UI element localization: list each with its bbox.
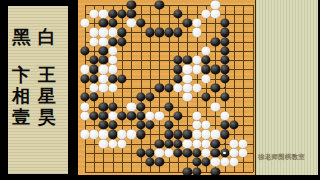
- black-stone[interactable]: [173, 28, 182, 37]
- black-stone[interactable]: [136, 18, 145, 27]
- white-stone[interactable]: [201, 139, 210, 148]
- black-stone[interactable]: [201, 65, 210, 74]
- black-stone[interactable]: [220, 148, 229, 157]
- white-stone[interactable]: [80, 18, 89, 27]
- black-stone[interactable]: [192, 148, 201, 157]
- black-stone[interactable]: [117, 9, 126, 18]
- black-stone[interactable]: [89, 65, 98, 74]
- white-stone[interactable]: [89, 37, 98, 46]
- black-stone[interactable]: [136, 93, 145, 102]
- black-stone[interactable]: [201, 158, 210, 167]
- white-stone[interactable]: [145, 111, 154, 120]
- white-stone[interactable]: [164, 148, 173, 157]
- black-stone[interactable]: [211, 65, 220, 74]
- black-stone[interactable]: [183, 56, 192, 65]
- white-stone[interactable]: [80, 102, 89, 111]
- white-stone[interactable]: [201, 74, 210, 83]
- white-stone[interactable]: [108, 56, 117, 65]
- black-player-column: 黑卞相壹: [11, 6, 31, 127]
- black-stone[interactable]: [99, 46, 108, 55]
- white-stone[interactable]: [192, 28, 201, 37]
- black-stone[interactable]: [183, 148, 192, 157]
- black-stone[interactable]: [220, 121, 229, 130]
- black-stone[interactable]: [108, 102, 117, 111]
- white-stone[interactable]: [89, 9, 98, 18]
- black-stone[interactable]: [173, 130, 182, 139]
- white-stone[interactable]: [229, 148, 238, 157]
- black-stone[interactable]: [89, 111, 98, 120]
- white-stone[interactable]: [89, 130, 98, 139]
- grid-line-vertical: [253, 5, 254, 172]
- black-stone[interactable]: [99, 56, 108, 65]
- white-stone[interactable]: [192, 83, 201, 92]
- black-stone[interactable]: [173, 74, 182, 83]
- black-stone[interactable]: [136, 111, 145, 120]
- player-name-char: 王: [38, 64, 56, 85]
- white-stone[interactable]: [183, 93, 192, 102]
- white-stone[interactable]: [183, 139, 192, 148]
- black-stone[interactable]: [164, 83, 173, 92]
- white-stone[interactable]: [211, 9, 220, 18]
- black-stone[interactable]: [155, 0, 164, 9]
- black-stone[interactable]: [80, 93, 89, 102]
- grid-line-horizontal: [85, 172, 253, 173]
- black-stone[interactable]: [201, 93, 210, 102]
- white-stone[interactable]: [127, 130, 136, 139]
- white-stone[interactable]: [183, 83, 192, 92]
- black-stone[interactable]: [89, 56, 98, 65]
- black-stone[interactable]: [145, 93, 154, 102]
- black-stone[interactable]: [145, 121, 154, 130]
- black-stone[interactable]: [136, 130, 145, 139]
- black-stone[interactable]: [80, 46, 89, 55]
- go-board[interactable]: [78, 0, 256, 175]
- white-stone[interactable]: [192, 139, 201, 148]
- white-player-column: 白王星昊: [37, 6, 57, 127]
- player-name-char: 昊: [38, 106, 56, 127]
- black-stone[interactable]: [127, 9, 136, 18]
- black-stone[interactable]: [136, 148, 145, 157]
- white-stone[interactable]: [201, 130, 210, 139]
- white-stone[interactable]: [127, 18, 136, 27]
- white-stone[interactable]: [108, 65, 117, 74]
- white-stone[interactable]: [220, 111, 229, 120]
- white-stone[interactable]: [80, 65, 89, 74]
- player-name-char: 相: [12, 85, 30, 106]
- black-stone[interactable]: [99, 111, 108, 120]
- black-stone[interactable]: [99, 102, 108, 111]
- black-stone[interactable]: [229, 121, 238, 130]
- black-stone[interactable]: [155, 28, 164, 37]
- white-stone[interactable]: [201, 121, 210, 130]
- white-stone[interactable]: [127, 102, 136, 111]
- black-stone[interactable]: [117, 37, 126, 46]
- black-stone[interactable]: [220, 93, 229, 102]
- white-stone[interactable]: [192, 56, 201, 65]
- white-stone[interactable]: [99, 28, 108, 37]
- white-stone[interactable]: [239, 148, 248, 157]
- white-stone[interactable]: [192, 65, 201, 74]
- white-stone[interactable]: [89, 28, 98, 37]
- player-color-label: 黑: [12, 26, 30, 47]
- black-stone[interactable]: [201, 56, 210, 65]
- white-stone[interactable]: [117, 130, 126, 139]
- black-stone[interactable]: [117, 28, 126, 37]
- white-stone[interactable]: [99, 83, 108, 92]
- black-stone[interactable]: [220, 56, 229, 65]
- black-stone[interactable]: [183, 130, 192, 139]
- player-color-label: 白: [38, 26, 56, 47]
- black-stone[interactable]: [99, 18, 108, 27]
- white-stone[interactable]: [201, 46, 210, 55]
- black-stone[interactable]: [145, 158, 154, 167]
- black-stone[interactable]: [173, 111, 182, 120]
- black-stone[interactable]: [89, 74, 98, 83]
- letterbox-bar: [0, 175, 320, 180]
- black-stone[interactable]: [220, 28, 229, 37]
- black-stone[interactable]: [183, 18, 192, 27]
- white-stone[interactable]: [89, 83, 98, 92]
- black-stone[interactable]: [89, 93, 98, 102]
- black-stone[interactable]: [220, 130, 229, 139]
- white-stone[interactable]: [108, 111, 117, 120]
- white-stone[interactable]: [192, 121, 201, 130]
- video-frame: 黑卞相壹 白王星昊 徐老师围棋教室: [0, 0, 320, 180]
- player-name-char: 星: [38, 85, 56, 106]
- white-stone[interactable]: [99, 9, 108, 18]
- white-stone[interactable]: [183, 65, 192, 74]
- black-stone[interactable]: [108, 121, 117, 130]
- white-stone[interactable]: [211, 130, 220, 139]
- black-stone[interactable]: [127, 111, 136, 120]
- white-stone[interactable]: [99, 139, 108, 148]
- white-stone[interactable]: [99, 130, 108, 139]
- black-stone[interactable]: [220, 74, 229, 83]
- black-stone[interactable]: [155, 83, 164, 92]
- white-stone[interactable]: [80, 130, 89, 139]
- black-stone[interactable]: [145, 148, 154, 157]
- white-stone[interactable]: [117, 139, 126, 148]
- white-stone[interactable]: [155, 148, 164, 157]
- white-stone[interactable]: [108, 83, 117, 92]
- black-stone[interactable]: [173, 65, 182, 74]
- black-stone[interactable]: [108, 9, 117, 18]
- black-stone[interactable]: [220, 37, 229, 46]
- player-name-char: 卞: [12, 64, 30, 85]
- white-stone[interactable]: [99, 37, 108, 46]
- white-stone[interactable]: [183, 74, 192, 83]
- black-stone[interactable]: [145, 28, 154, 37]
- black-stone[interactable]: [173, 148, 182, 157]
- white-stone[interactable]: [99, 74, 108, 83]
- player-name-panel: 黑卞相壹 白王星昊: [8, 6, 68, 174]
- white-stone[interactable]: [80, 111, 89, 120]
- black-stone[interactable]: [108, 130, 117, 139]
- black-stone[interactable]: [220, 65, 229, 74]
- white-stone[interactable]: [173, 83, 182, 92]
- black-stone[interactable]: [220, 46, 229, 55]
- black-stone[interactable]: [155, 158, 164, 167]
- white-stone[interactable]: [229, 158, 238, 167]
- side-panel: 徐老师围棋教室: [256, 0, 318, 175]
- white-stone[interactable]: [211, 102, 220, 111]
- black-stone[interactable]: [173, 139, 182, 148]
- black-stone[interactable]: [108, 37, 117, 46]
- black-stone[interactable]: [164, 139, 173, 148]
- black-stone[interactable]: [164, 130, 173, 139]
- white-stone[interactable]: [192, 18, 201, 27]
- black-stone[interactable]: [164, 121, 173, 130]
- last-move-marker: [223, 152, 226, 155]
- white-stone[interactable]: [201, 148, 210, 157]
- white-stone[interactable]: [155, 111, 164, 120]
- white-stone[interactable]: [108, 46, 117, 55]
- white-stone[interactable]: [192, 130, 201, 139]
- black-stone[interactable]: [211, 83, 220, 92]
- black-stone[interactable]: [108, 18, 117, 27]
- watermark-caption: 徐老师围棋教室: [258, 153, 316, 162]
- white-stone[interactable]: [211, 158, 220, 167]
- white-stone[interactable]: [108, 28, 117, 37]
- white-stone[interactable]: [192, 111, 201, 120]
- white-stone[interactable]: [220, 158, 229, 167]
- player-name-char: 壹: [12, 106, 30, 127]
- black-stone[interactable]: [192, 158, 201, 167]
- black-stone[interactable]: [164, 102, 173, 111]
- black-stone[interactable]: [117, 111, 126, 120]
- black-stone[interactable]: [164, 28, 173, 37]
- black-stone[interactable]: [155, 139, 164, 148]
- white-stone[interactable]: [201, 9, 210, 18]
- black-stone[interactable]: [173, 56, 182, 65]
- white-stone[interactable]: [229, 139, 238, 148]
- white-stone[interactable]: [211, 0, 220, 9]
- black-stone[interactable]: [220, 18, 229, 27]
- black-stone[interactable]: [80, 74, 89, 83]
- black-stone[interactable]: [99, 121, 108, 130]
- white-stone[interactable]: [108, 139, 117, 148]
- white-stone[interactable]: [99, 65, 108, 74]
- black-stone[interactable]: [211, 148, 220, 157]
- black-stone[interactable]: [108, 74, 117, 83]
- white-stone[interactable]: [239, 139, 248, 148]
- black-stone[interactable]: [136, 121, 145, 130]
- black-stone[interactable]: [173, 9, 182, 18]
- black-stone[interactable]: [136, 102, 145, 111]
- black-stone[interactable]: [211, 37, 220, 46]
- black-stone[interactable]: [117, 74, 126, 83]
- black-stone[interactable]: [127, 0, 136, 9]
- black-stone[interactable]: [211, 139, 220, 148]
